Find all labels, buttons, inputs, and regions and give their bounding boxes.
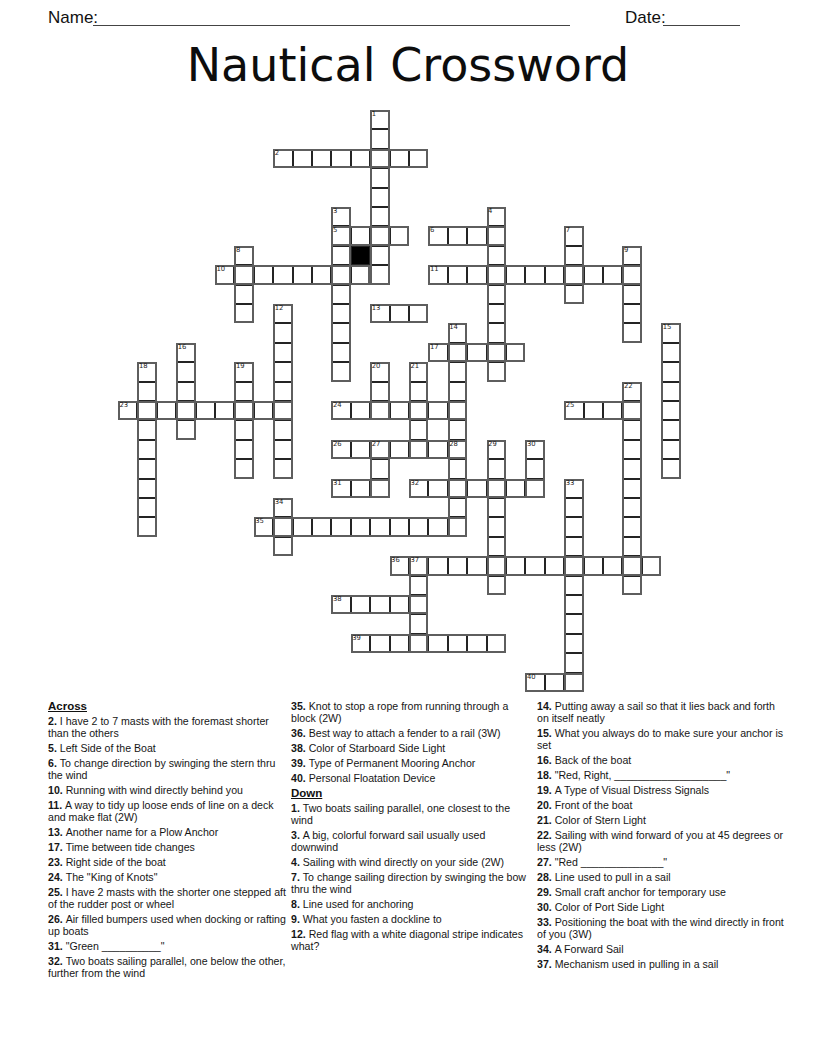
grid-cell[interactable] xyxy=(370,129,389,148)
grid-cell[interactable] xyxy=(622,285,641,304)
grid-cell[interactable] xyxy=(603,401,622,420)
clue-31-across: 31. "Green __________" xyxy=(48,940,288,952)
grid-cell[interactable] xyxy=(370,459,389,478)
grid-cell[interactable] xyxy=(661,440,680,459)
grid-cell[interactable] xyxy=(409,556,428,575)
grid-cell[interactable] xyxy=(428,440,447,459)
grid-cell[interactable] xyxy=(545,556,564,575)
grid-cell[interactable] xyxy=(622,304,641,323)
grid-cell[interactable] xyxy=(428,401,447,420)
grid-cell[interactable] xyxy=(176,401,195,420)
clue-2-across: 2. I have 2 to 7 masts with the foremast… xyxy=(48,715,288,740)
clue-30-down: 30. Color of Port Side Light xyxy=(537,901,789,913)
grid-cell[interactable] xyxy=(467,634,486,653)
grid-cell[interactable] xyxy=(234,382,253,401)
grid-cell[interactable] xyxy=(622,382,641,401)
clue-28-down: 28. Line used to pull in a sail xyxy=(537,871,789,883)
grid-cell[interactable] xyxy=(661,343,680,362)
grid-cell[interactable] xyxy=(351,517,370,536)
grid-cell[interactable] xyxy=(331,285,350,304)
clue-16-down: 16. Back of the boat xyxy=(537,754,789,766)
grid-cell[interactable] xyxy=(370,401,389,420)
grid-cell[interactable] xyxy=(409,595,428,614)
grid-cell[interactable] xyxy=(487,498,506,517)
grid-cell[interactable] xyxy=(351,149,370,168)
grid-cell[interactable] xyxy=(525,479,544,498)
grid-cell[interactable] xyxy=(390,226,409,245)
grid-cell[interactable] xyxy=(448,401,467,420)
grid-cell[interactable] xyxy=(234,440,253,459)
clue-36-across: 36. Best way to attach a fender to a rai… xyxy=(291,727,529,739)
grid-cell[interactable] xyxy=(390,149,409,168)
grid-cell[interactable] xyxy=(622,556,641,575)
grid-cell[interactable] xyxy=(157,401,176,420)
grid-cell[interactable] xyxy=(506,479,525,498)
date-blank-line[interactable] xyxy=(663,11,740,26)
grid-cell[interactable] xyxy=(176,420,195,439)
grid-cell[interactable] xyxy=(273,537,292,556)
grid-cell[interactable] xyxy=(487,246,506,265)
grid-cell[interactable] xyxy=(622,401,641,420)
grid-cell[interactable] xyxy=(137,459,156,478)
grid-cell[interactable] xyxy=(603,556,622,575)
clue-24-across: 24. The "King of Knots" xyxy=(48,871,288,883)
grid-cell[interactable] xyxy=(331,362,350,381)
clue-33-down: 33. Positioning the boat with the wind d… xyxy=(537,916,789,941)
grid-cell[interactable] xyxy=(428,556,447,575)
grid-cell[interactable] xyxy=(234,285,253,304)
grid-cell[interactable] xyxy=(661,382,680,401)
grid-cell[interactable] xyxy=(487,323,506,342)
grid-cell[interactable] xyxy=(506,556,525,575)
grid-cell[interactable] xyxy=(331,595,350,614)
grid-cell[interactable] xyxy=(409,362,428,381)
grid-cell[interactable] xyxy=(351,401,370,420)
grid-cell[interactable] xyxy=(390,440,409,459)
grid-cell[interactable] xyxy=(312,149,331,168)
across-header: Across xyxy=(48,700,288,712)
grid-cell[interactable] xyxy=(273,323,292,342)
grid-cell[interactable] xyxy=(370,226,389,245)
grid-cell[interactable] xyxy=(331,149,350,168)
grid-cell[interactable] xyxy=(661,362,680,381)
grid-cell[interactable] xyxy=(390,595,409,614)
grid-cell[interactable] xyxy=(564,498,583,517)
grid-cell[interactable] xyxy=(137,382,156,401)
grid-cell[interactable] xyxy=(331,401,350,420)
grid-cell[interactable] xyxy=(370,517,389,536)
grid-cell[interactable] xyxy=(273,440,292,459)
grid-cell[interactable] xyxy=(273,498,292,517)
clue-25-across: 25. I have 2 masts with the shorter one … xyxy=(48,886,288,911)
grid-cell[interactable] xyxy=(525,556,544,575)
clue-39-across: 39. Type of Permanent Mooring Anchor xyxy=(291,757,529,769)
grid-cell[interactable] xyxy=(370,110,389,129)
grid-cell[interactable] xyxy=(370,362,389,381)
grid-cell[interactable] xyxy=(331,343,350,362)
grid-cell[interactable] xyxy=(409,614,428,633)
grid-cell[interactable] xyxy=(351,440,370,459)
grid-cell[interactable] xyxy=(196,401,215,420)
grid-cell[interactable] xyxy=(331,440,350,459)
grid-cell[interactable] xyxy=(351,595,370,614)
grid-cell[interactable] xyxy=(234,401,253,420)
grid-cell[interactable] xyxy=(448,420,467,439)
clue-17-across: 17. Time between tide changes xyxy=(48,841,288,853)
grid-cell[interactable] xyxy=(564,517,583,536)
clue-13-across: 13. Another name for a Plow Anchor xyxy=(48,826,288,838)
grid-cell[interactable] xyxy=(448,498,467,517)
grid-cell[interactable] xyxy=(564,653,583,672)
grid-cell[interactable] xyxy=(487,343,506,362)
grid-cell[interactable] xyxy=(312,265,331,284)
clue-18-down: 18. "Red, Right, ___________________" xyxy=(537,769,789,781)
clue-5-across: 5. Left Side of the Boat xyxy=(48,742,288,754)
grid-cell[interactable] xyxy=(448,479,467,498)
grid-cell[interactable] xyxy=(487,226,506,245)
grid-cell[interactable] xyxy=(234,362,253,381)
grid-cell[interactable] xyxy=(137,420,156,439)
grid-cell[interactable] xyxy=(234,265,253,284)
grid-cell[interactable] xyxy=(564,673,583,692)
grid-cell[interactable] xyxy=(448,440,467,459)
grid-cell[interactable] xyxy=(448,382,467,401)
grid-cell[interactable] xyxy=(487,479,506,498)
grid-cell[interactable] xyxy=(273,362,292,381)
grid-cell[interactable] xyxy=(351,634,370,653)
grid-cell[interactable] xyxy=(661,459,680,478)
grid-cell[interactable] xyxy=(118,401,137,420)
clue-3-down: 3. A big, colorful forward sail usually … xyxy=(291,829,529,854)
grid-cell[interactable] xyxy=(176,343,195,362)
grid-cell[interactable] xyxy=(390,304,409,323)
grid-cell[interactable] xyxy=(564,285,583,304)
clue-6-across: 6. To change direction by swinging the s… xyxy=(48,757,288,782)
grid-cell[interactable] xyxy=(273,401,292,420)
grid-cell[interactable] xyxy=(273,382,292,401)
clue-column-3: 14. Putting away a sail so that it lies … xyxy=(537,700,789,973)
grid-cell[interactable] xyxy=(137,362,156,381)
grid-cell[interactable] xyxy=(273,343,292,362)
name-label: Name: xyxy=(48,8,98,28)
grid-cell[interactable] xyxy=(370,207,389,226)
clue-10-across: 10. Running with wind directly behind yo… xyxy=(48,784,288,796)
grid-cell[interactable] xyxy=(370,479,389,498)
grid-cell[interactable] xyxy=(564,401,583,420)
grid-cell[interactable] xyxy=(467,226,486,245)
grid-cell[interactable] xyxy=(331,479,350,498)
grid-cell[interactable] xyxy=(467,556,486,575)
grid-cell[interactable] xyxy=(137,517,156,536)
grid-cell[interactable] xyxy=(564,595,583,614)
grid-cell[interactable] xyxy=(584,401,603,420)
grid-cell[interactable] xyxy=(331,517,350,536)
name-blank-line[interactable] xyxy=(93,11,570,26)
grid-cell[interactable] xyxy=(584,556,603,575)
grid-cell[interactable] xyxy=(428,517,447,536)
grid-cell[interactable] xyxy=(448,226,467,245)
clue-22-down: 22. Sailing with wind forward of you at … xyxy=(537,829,789,854)
grid-cell[interactable] xyxy=(622,576,641,595)
grid-cell[interactable] xyxy=(448,634,467,653)
grid-cell[interactable] xyxy=(331,323,350,342)
worksheet-page: { "header": { "name_label": "Name:", "da… xyxy=(0,0,816,1056)
clue-column-1: Across2. I have 2 to 7 masts with the fo… xyxy=(48,700,288,982)
grid-cell[interactable] xyxy=(273,420,292,439)
grid-cell[interactable] xyxy=(370,149,389,168)
grid-cell[interactable] xyxy=(370,440,389,459)
grid-cell[interactable] xyxy=(545,265,564,284)
grid-cell[interactable] xyxy=(351,265,370,284)
grid-cell[interactable] xyxy=(506,265,525,284)
grid-cell[interactable] xyxy=(254,265,273,284)
grid-cell[interactable] xyxy=(448,323,467,342)
grid-cell[interactable] xyxy=(390,556,409,575)
page-title: Nautical Crossword xyxy=(0,38,816,92)
grid-cell[interactable] xyxy=(545,673,564,692)
grid-cell[interactable] xyxy=(254,517,273,536)
clue-4-down: 4. Sailing with wind directly on your si… xyxy=(291,856,529,868)
grid-cell[interactable] xyxy=(390,401,409,420)
grid-cell[interactable] xyxy=(234,459,253,478)
grid-cell[interactable] xyxy=(370,265,389,284)
grid-cell[interactable] xyxy=(428,479,447,498)
clue-34-down: 34. A Forward Sail xyxy=(537,943,789,955)
date-label: Date: xyxy=(625,8,666,28)
grid-cell[interactable] xyxy=(428,226,447,245)
grid-cell[interactable] xyxy=(622,479,641,498)
grid-cell[interactable] xyxy=(448,556,467,575)
clue-12-down: 12. Red flag with a white diagonal strip… xyxy=(291,928,529,953)
grid-cell[interactable] xyxy=(409,479,428,498)
grid-cell[interactable] xyxy=(525,440,544,459)
grid-cell[interactable] xyxy=(467,265,486,284)
grid-cell[interactable] xyxy=(448,362,467,381)
grid-cell[interactable] xyxy=(487,634,506,653)
grid-cell[interactable] xyxy=(273,149,292,168)
grid-cell[interactable] xyxy=(137,498,156,517)
grid-cell[interactable] xyxy=(622,440,641,459)
clue-9-down: 9. What you fasten a dockline to xyxy=(291,913,529,925)
clue-27-down: 27. "Red ______________" xyxy=(537,856,789,868)
grid-cell[interactable] xyxy=(448,265,467,284)
grid-cell[interactable] xyxy=(215,401,234,420)
grid-cell[interactable] xyxy=(273,517,292,536)
grid-cell[interactable] xyxy=(409,304,428,323)
grid-cell[interactable] xyxy=(564,634,583,653)
grid-cell[interactable] xyxy=(331,246,350,265)
grid-cell[interactable] xyxy=(487,265,506,284)
grid-cell[interactable] xyxy=(564,246,583,265)
grid-cell[interactable] xyxy=(564,479,583,498)
grid-cell[interactable] xyxy=(661,420,680,439)
grid-cell[interactable] xyxy=(622,420,641,439)
grid-cell[interactable] xyxy=(370,246,389,265)
grid-cell[interactable] xyxy=(564,614,583,633)
grid-cell[interactable] xyxy=(661,323,680,342)
grid-cell[interactable] xyxy=(370,595,389,614)
clue-32-across: 32. Two boats sailing parallel, one belo… xyxy=(48,955,288,980)
grid-cell[interactable] xyxy=(487,556,506,575)
grid-cell[interactable] xyxy=(487,285,506,304)
clue-19-down: 19. A Type of Visual Distress Signals xyxy=(537,784,789,796)
grid-cell[interactable] xyxy=(525,673,544,692)
grid-cell[interactable] xyxy=(428,265,447,284)
grid-cell[interactable] xyxy=(293,265,312,284)
grid-cell[interactable] xyxy=(448,517,467,536)
grid-cell[interactable] xyxy=(622,498,641,517)
clue-20-down: 20. Front of the boat xyxy=(537,799,789,811)
grid-cell[interactable] xyxy=(331,265,350,284)
grid-cell[interactable] xyxy=(137,479,156,498)
grid-cell[interactable] xyxy=(409,634,428,653)
grid-cell[interactable] xyxy=(467,479,486,498)
grid-cell[interactable] xyxy=(564,576,583,595)
grid-cell[interactable] xyxy=(137,401,156,420)
down-header: Down xyxy=(291,787,529,799)
grid-cell[interactable] xyxy=(487,207,506,226)
grid-cell[interactable] xyxy=(409,149,428,168)
grid-cell[interactable] xyxy=(564,226,583,245)
grid-cell[interactable] xyxy=(487,440,506,459)
clue-11-across: 11. A way to tidy up loose ends of line … xyxy=(48,799,288,824)
grid-cell[interactable] xyxy=(506,343,525,362)
grid-cell[interactable] xyxy=(273,304,292,323)
clue-23-across: 23. Right side of the boat xyxy=(48,856,288,868)
clue-15-down: 15. What you always do to make sure your… xyxy=(537,727,789,752)
grid-cell[interactable] xyxy=(487,362,506,381)
grid-cell[interactable] xyxy=(234,246,253,265)
blocked-cell xyxy=(351,246,370,265)
grid-cell[interactable] xyxy=(409,576,428,595)
clue-29-down: 29. Small craft anchor for temporary use xyxy=(537,886,789,898)
grid-cell[interactable] xyxy=(370,188,389,207)
grid-cell[interactable] xyxy=(234,304,253,323)
grid-cell[interactable] xyxy=(273,459,292,478)
clue-26-across: 26. Air filled bumpers used when docking… xyxy=(48,913,288,938)
grid-cell[interactable] xyxy=(293,149,312,168)
clue-37-down: 37. Mechanism used in pulling in a sail xyxy=(537,958,789,970)
clue-35-across: 35. Knot to stop a rope from running thr… xyxy=(291,700,529,725)
grid-cell[interactable] xyxy=(176,362,195,381)
grid-cell[interactable] xyxy=(137,440,156,459)
grid-cell[interactable] xyxy=(351,226,370,245)
grid-cell[interactable] xyxy=(661,401,680,420)
grid-cell[interactable] xyxy=(176,382,195,401)
grid-cell[interactable] xyxy=(254,401,273,420)
grid-cell[interactable] xyxy=(622,537,641,556)
grid-cell[interactable] xyxy=(564,537,583,556)
grid-cell[interactable] xyxy=(622,459,641,478)
crossword-board: 1234567891011121314151617181920212223242… xyxy=(118,110,681,692)
grid-cell[interactable] xyxy=(390,517,409,536)
grid-cell[interactable] xyxy=(370,382,389,401)
grid-cell[interactable] xyxy=(215,265,234,284)
grid-cell[interactable] xyxy=(409,517,428,536)
clue-40-across: 40. Personal Floatation Device xyxy=(291,772,529,784)
grid-cell[interactable] xyxy=(487,304,506,323)
grid-cell[interactable] xyxy=(351,479,370,498)
grid-cell[interactable] xyxy=(487,459,506,478)
clue-7-down: 7. To change sailing direction by swingi… xyxy=(291,871,529,896)
grid-cell[interactable] xyxy=(293,517,312,536)
grid-cell[interactable] xyxy=(331,207,350,226)
grid-cell[interactable] xyxy=(622,517,641,536)
grid-cell[interactable] xyxy=(642,556,661,575)
grid-cell[interactable] xyxy=(409,440,428,459)
grid-cell[interactable] xyxy=(622,265,641,284)
grid-cell[interactable] xyxy=(370,634,389,653)
clue-8-down: 8. Line used for anchoring xyxy=(291,898,529,910)
grid-cell[interactable] xyxy=(467,343,486,362)
grid-cell[interactable] xyxy=(622,323,641,342)
grid-cell[interactable] xyxy=(409,401,428,420)
grid-cell[interactable] xyxy=(370,168,389,187)
grid-cell[interactable] xyxy=(603,265,622,284)
grid-cell[interactable] xyxy=(564,556,583,575)
grid-cell[interactable] xyxy=(448,343,467,362)
grid-cell[interactable] xyxy=(428,634,447,653)
clue-21-down: 21. Color of Stern Light xyxy=(537,814,789,826)
grid-cell[interactable] xyxy=(331,226,350,245)
grid-cell[interactable] xyxy=(487,576,506,595)
grid-cell[interactable] xyxy=(525,265,544,284)
grid-cell[interactable] xyxy=(409,382,428,401)
grid-cell[interactable] xyxy=(273,265,292,284)
grid-cell[interactable] xyxy=(409,420,428,439)
grid-cell[interactable] xyxy=(487,517,506,536)
grid-cell[interactable] xyxy=(331,304,350,323)
grid-cell[interactable] xyxy=(564,265,583,284)
clue-1-down: 1. Two boats sailing parallel, one close… xyxy=(291,802,529,827)
grid-cell[interactable] xyxy=(428,343,447,362)
clue-38-across: 38. Color of Starboard Side Light xyxy=(291,742,529,754)
grid-cell[interactable] xyxy=(370,304,389,323)
grid-cell[interactable] xyxy=(525,459,544,478)
grid-cell[interactable] xyxy=(448,459,467,478)
clue-14-down: 14. Putting away a sail so that it lies … xyxy=(537,700,789,725)
grid-cell[interactable] xyxy=(487,537,506,556)
grid-cell[interactable] xyxy=(234,420,253,439)
clue-column-2: 35. Knot to stop a rope from running thr… xyxy=(291,700,529,955)
grid-cell[interactable] xyxy=(390,634,409,653)
grid-cell[interactable] xyxy=(622,246,641,265)
grid-cell[interactable] xyxy=(584,265,603,284)
grid-cell[interactable] xyxy=(312,517,331,536)
